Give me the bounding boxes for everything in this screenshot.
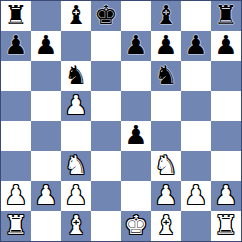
square-a3[interactable] — [1, 151, 31, 181]
square-c2[interactable]: ♟ — [61, 181, 91, 211]
piece-black-pawn: ♟ — [124, 122, 147, 148]
square-g5[interactable] — [181, 91, 211, 121]
square-f7[interactable]: ♟ — [151, 31, 181, 61]
square-h3[interactable] — [211, 151, 241, 181]
piece-black-king: ♚ — [94, 2, 117, 28]
piece-black-pawn: ♟ — [34, 32, 57, 58]
piece-black-rook: ♜ — [214, 2, 237, 28]
square-d1[interactable] — [91, 211, 121, 241]
square-g7[interactable]: ♟ — [181, 31, 211, 61]
piece-black-pawn: ♟ — [184, 32, 207, 58]
square-d5[interactable] — [91, 91, 121, 121]
piece-white-pawn: ♟ — [64, 92, 87, 118]
chess-board: ♜♝♚♝♜♟♟♟♟♟♟♞♞♟♟♞♞♟♟♟♟♟♟♜♝♚♝♜ — [0, 0, 242, 242]
piece-black-bishop: ♝ — [154, 2, 177, 28]
square-a4[interactable] — [1, 121, 31, 151]
piece-black-rook: ♜ — [4, 2, 27, 28]
piece-black-pawn: ♟ — [214, 32, 237, 58]
piece-white-pawn: ♟ — [154, 182, 177, 208]
square-b7[interactable]: ♟ — [31, 31, 61, 61]
square-e2[interactable] — [121, 181, 151, 211]
square-f8[interactable]: ♝ — [151, 1, 181, 31]
square-b2[interactable]: ♟ — [31, 181, 61, 211]
square-h8[interactable]: ♜ — [211, 1, 241, 31]
piece-white-bishop: ♝ — [64, 212, 87, 238]
square-h5[interactable] — [211, 91, 241, 121]
piece-white-king: ♚ — [124, 212, 147, 238]
square-c8[interactable]: ♝ — [61, 1, 91, 31]
square-h7[interactable]: ♟ — [211, 31, 241, 61]
square-d3[interactable] — [91, 151, 121, 181]
square-h1[interactable]: ♜ — [211, 211, 241, 241]
square-c7[interactable] — [61, 31, 91, 61]
square-c3[interactable]: ♞ — [61, 151, 91, 181]
square-a1[interactable]: ♜ — [1, 211, 31, 241]
square-f5[interactable] — [151, 91, 181, 121]
square-e4[interactable]: ♟ — [121, 121, 151, 151]
square-g8[interactable] — [181, 1, 211, 31]
square-h4[interactable] — [211, 121, 241, 151]
square-b8[interactable] — [31, 1, 61, 31]
square-g1[interactable] — [181, 211, 211, 241]
square-g4[interactable] — [181, 121, 211, 151]
square-e7[interactable]: ♟ — [121, 31, 151, 61]
square-b1[interactable] — [31, 211, 61, 241]
piece-black-knight: ♞ — [64, 62, 87, 88]
square-b4[interactable] — [31, 121, 61, 151]
square-d7[interactable] — [91, 31, 121, 61]
square-f4[interactable] — [151, 121, 181, 151]
piece-white-bishop: ♝ — [154, 212, 177, 238]
square-e5[interactable] — [121, 91, 151, 121]
square-g6[interactable] — [181, 61, 211, 91]
square-f6[interactable]: ♞ — [151, 61, 181, 91]
piece-black-pawn: ♟ — [4, 32, 27, 58]
piece-black-knight: ♞ — [154, 62, 177, 88]
piece-white-rook: ♜ — [214, 212, 237, 238]
square-d4[interactable] — [91, 121, 121, 151]
piece-black-pawn: ♟ — [154, 32, 177, 58]
piece-white-pawn: ♟ — [34, 182, 57, 208]
square-a7[interactable]: ♟ — [1, 31, 31, 61]
square-e6[interactable] — [121, 61, 151, 91]
square-e3[interactable] — [121, 151, 151, 181]
square-d8[interactable]: ♚ — [91, 1, 121, 31]
square-c6[interactable]: ♞ — [61, 61, 91, 91]
square-c5[interactable]: ♟ — [61, 91, 91, 121]
piece-white-knight: ♞ — [154, 152, 177, 178]
square-c1[interactable]: ♝ — [61, 211, 91, 241]
square-d2[interactable] — [91, 181, 121, 211]
square-f2[interactable]: ♟ — [151, 181, 181, 211]
square-a5[interactable] — [1, 91, 31, 121]
square-h6[interactable] — [211, 61, 241, 91]
square-b5[interactable] — [31, 91, 61, 121]
square-f1[interactable]: ♝ — [151, 211, 181, 241]
square-a2[interactable]: ♟ — [1, 181, 31, 211]
square-g2[interactable]: ♟ — [181, 181, 211, 211]
square-a8[interactable]: ♜ — [1, 1, 31, 31]
piece-white-knight: ♞ — [64, 152, 87, 178]
square-e1[interactable]: ♚ — [121, 211, 151, 241]
square-b6[interactable] — [31, 61, 61, 91]
square-f3[interactable]: ♞ — [151, 151, 181, 181]
piece-white-pawn: ♟ — [184, 182, 207, 208]
piece-white-pawn: ♟ — [64, 182, 87, 208]
square-d6[interactable] — [91, 61, 121, 91]
square-b3[interactable] — [31, 151, 61, 181]
square-h2[interactable]: ♟ — [211, 181, 241, 211]
square-e8[interactable] — [121, 1, 151, 31]
piece-white-pawn: ♟ — [214, 182, 237, 208]
square-g3[interactable] — [181, 151, 211, 181]
square-c4[interactable] — [61, 121, 91, 151]
piece-white-rook: ♜ — [4, 212, 27, 238]
piece-black-pawn: ♟ — [124, 32, 147, 58]
square-a6[interactable] — [1, 61, 31, 91]
piece-black-bishop: ♝ — [64, 2, 87, 28]
piece-white-pawn: ♟ — [4, 182, 27, 208]
